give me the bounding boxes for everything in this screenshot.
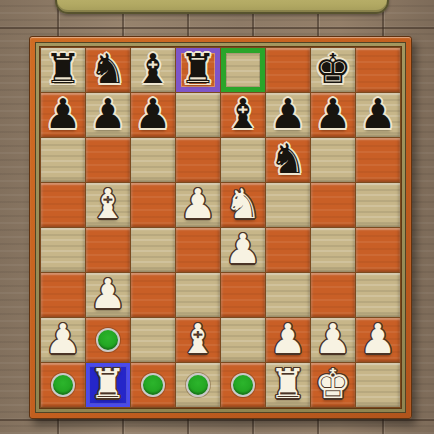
- piece-white-knight[interactable]: ♞: [225, 184, 262, 225]
- square-h1[interactable]: [356, 363, 400, 407]
- square-b7[interactable]: ♟: [86, 93, 130, 137]
- square-a7[interactable]: ♟: [41, 93, 85, 137]
- square-d5[interactable]: ♟: [176, 183, 220, 227]
- square-f5[interactable]: [266, 183, 310, 227]
- square-g3[interactable]: [311, 273, 355, 317]
- piece-black-pawn[interactable]: ♟: [315, 94, 352, 135]
- square-e7[interactable]: ♝: [221, 93, 265, 137]
- square-c4[interactable]: [131, 228, 175, 272]
- piece-white-pawn[interactable]: ♟: [270, 319, 307, 360]
- piece-black-pawn[interactable]: ♟: [45, 94, 82, 135]
- square-a1[interactable]: [41, 363, 85, 407]
- square-g5[interactable]: [311, 183, 355, 227]
- piece-black-king[interactable]: ♚: [315, 49, 352, 90]
- square-g8[interactable]: ♚: [311, 48, 355, 92]
- piece-black-bishop[interactable]: ♝: [135, 49, 172, 90]
- piece-white-rook[interactable]: ♜: [270, 364, 307, 405]
- square-g2[interactable]: ♟: [311, 318, 355, 362]
- square-h3[interactable]: [356, 273, 400, 317]
- square-a4[interactable]: [41, 228, 85, 272]
- square-g6[interactable]: [311, 138, 355, 182]
- square-h8[interactable]: [356, 48, 400, 92]
- square-e4[interactable]: ♟: [221, 228, 265, 272]
- square-g7[interactable]: ♟: [311, 93, 355, 137]
- square-g4[interactable]: [311, 228, 355, 272]
- piece-black-rook[interactable]: ♜: [45, 49, 82, 90]
- square-b2[interactable]: [86, 318, 130, 362]
- wood-plank-seam: [0, 27, 434, 29]
- piece-white-bishop[interactable]: ♝: [90, 184, 127, 225]
- square-a2[interactable]: ♟: [41, 318, 85, 362]
- square-c7[interactable]: ♟: [131, 93, 175, 137]
- square-c1[interactable]: [131, 363, 175, 407]
- app-background-wood: ♜♞♝♜♚♟♟♟♝♟♟♟♞♝♟♞♟♟♟♝♟♟♟♜♜♚: [0, 0, 434, 434]
- legal-move-dot[interactable]: [141, 373, 165, 397]
- chess-board: ♜♞♝♜♚♟♟♟♝♟♟♟♞♝♟♞♟♟♟♝♟♟♟♜♜♚: [39, 46, 402, 409]
- legal-move-dot[interactable]: [51, 373, 75, 397]
- piece-white-pawn[interactable]: ♟: [180, 184, 217, 225]
- legal-move-dot[interactable]: [186, 373, 210, 397]
- square-d8[interactable]: ♜: [176, 48, 220, 92]
- piece-black-pawn[interactable]: ♟: [270, 94, 307, 135]
- square-f2[interactable]: ♟: [266, 318, 310, 362]
- square-e3[interactable]: [221, 273, 265, 317]
- square-b4[interactable]: [86, 228, 130, 272]
- piece-black-bishop[interactable]: ♝: [225, 94, 262, 135]
- square-d2[interactable]: ♝: [176, 318, 220, 362]
- square-a6[interactable]: [41, 138, 85, 182]
- square-e5[interactable]: ♞: [221, 183, 265, 227]
- square-d6[interactable]: [176, 138, 220, 182]
- square-b8[interactable]: ♞: [86, 48, 130, 92]
- piece-white-king[interactable]: ♚: [315, 364, 352, 405]
- square-f8[interactable]: [266, 48, 310, 92]
- square-h6[interactable]: [356, 138, 400, 182]
- square-c2[interactable]: [131, 318, 175, 362]
- piece-white-pawn[interactable]: ♟: [225, 229, 262, 270]
- square-f6[interactable]: ♞: [266, 138, 310, 182]
- square-c6[interactable]: [131, 138, 175, 182]
- square-d1[interactable]: [176, 363, 220, 407]
- square-f1[interactable]: ♜: [266, 363, 310, 407]
- piece-black-knight[interactable]: ♞: [270, 139, 307, 180]
- square-c8[interactable]: ♝: [131, 48, 175, 92]
- square-d3[interactable]: [176, 273, 220, 317]
- legal-move-dot[interactable]: [96, 328, 120, 352]
- board-frame: ♜♞♝♜♚♟♟♟♝♟♟♟♞♝♟♞♟♟♟♝♟♟♟♜♜♚: [29, 36, 412, 419]
- piece-white-pawn[interactable]: ♟: [360, 319, 397, 360]
- piece-black-pawn[interactable]: ♟: [90, 94, 127, 135]
- piece-white-rook[interactable]: ♜: [90, 364, 127, 405]
- square-c3[interactable]: [131, 273, 175, 317]
- square-f4[interactable]: [266, 228, 310, 272]
- square-e1[interactable]: [221, 363, 265, 407]
- piece-white-pawn[interactable]: ♟: [90, 274, 127, 315]
- square-d4[interactable]: [176, 228, 220, 272]
- top-banner: [55, 0, 389, 14]
- board-frame-inner: ♜♞♝♜♚♟♟♟♝♟♟♟♞♝♟♞♟♟♟♝♟♟♟♜♜♚: [35, 42, 406, 413]
- square-b6[interactable]: [86, 138, 130, 182]
- square-e6[interactable]: [221, 138, 265, 182]
- square-b5[interactable]: ♝: [86, 183, 130, 227]
- square-a8[interactable]: ♜: [41, 48, 85, 92]
- square-b1[interactable]: ♜: [86, 363, 130, 407]
- square-g1[interactable]: ♚: [311, 363, 355, 407]
- square-f7[interactable]: ♟: [266, 93, 310, 137]
- square-d7[interactable]: [176, 93, 220, 137]
- piece-black-rook[interactable]: ♜: [180, 49, 217, 90]
- square-h4[interactable]: [356, 228, 400, 272]
- square-h2[interactable]: ♟: [356, 318, 400, 362]
- square-e8[interactable]: [221, 48, 265, 92]
- piece-white-pawn[interactable]: ♟: [315, 319, 352, 360]
- square-h7[interactable]: ♟: [356, 93, 400, 137]
- piece-white-bishop[interactable]: ♝: [180, 319, 217, 360]
- square-f3[interactable]: [266, 273, 310, 317]
- piece-white-pawn[interactable]: ♟: [45, 319, 82, 360]
- wood-plank-seam: [0, 419, 434, 421]
- square-c5[interactable]: [131, 183, 175, 227]
- legal-move-dot[interactable]: [231, 373, 255, 397]
- square-e2[interactable]: [221, 318, 265, 362]
- square-h5[interactable]: [356, 183, 400, 227]
- square-a5[interactable]: [41, 183, 85, 227]
- square-a3[interactable]: [41, 273, 85, 317]
- piece-black-knight[interactable]: ♞: [90, 49, 127, 90]
- piece-black-pawn[interactable]: ♟: [135, 94, 172, 135]
- piece-black-pawn[interactable]: ♟: [360, 94, 397, 135]
- square-b3[interactable]: ♟: [86, 273, 130, 317]
